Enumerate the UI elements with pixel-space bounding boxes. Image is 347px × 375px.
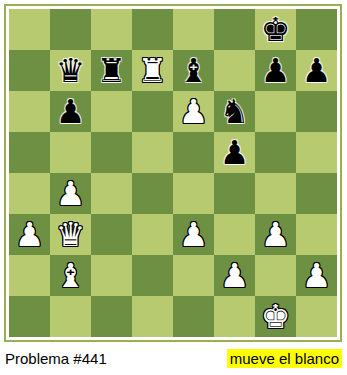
square-g8[interactable]: ♚ bbox=[255, 9, 296, 50]
white-pawn[interactable]: ♟ bbox=[296, 255, 337, 296]
square-a2[interactable] bbox=[9, 255, 50, 296]
square-h6[interactable] bbox=[296, 91, 337, 132]
white-pawn[interactable]: ♟ bbox=[9, 214, 50, 255]
square-b3[interactable]: ♛ bbox=[50, 214, 91, 255]
square-g1[interactable]: ♚ bbox=[255, 296, 296, 337]
chess-board-frame: ♚♛♜♜♝♟♟♟♟♞♟♟♟♛♟♟♝♟♟♚ bbox=[4, 4, 342, 342]
white-king[interactable]: ♚ bbox=[255, 296, 296, 337]
square-c1[interactable] bbox=[91, 296, 132, 337]
square-g5[interactable] bbox=[255, 132, 296, 173]
square-f3[interactable] bbox=[214, 214, 255, 255]
square-c8[interactable] bbox=[91, 9, 132, 50]
black-pawn[interactable]: ♟ bbox=[255, 50, 296, 91]
chess-board: ♚♛♜♜♝♟♟♟♟♞♟♟♟♛♟♟♝♟♟♚ bbox=[9, 9, 337, 337]
square-h2[interactable]: ♟ bbox=[296, 255, 337, 296]
square-c6[interactable] bbox=[91, 91, 132, 132]
square-f4[interactable] bbox=[214, 173, 255, 214]
square-d1[interactable] bbox=[132, 296, 173, 337]
square-b4[interactable]: ♟ bbox=[50, 173, 91, 214]
square-h1[interactable] bbox=[296, 296, 337, 337]
white-bishop[interactable]: ♝ bbox=[50, 255, 91, 296]
square-c5[interactable] bbox=[91, 132, 132, 173]
square-e5[interactable] bbox=[173, 132, 214, 173]
square-e1[interactable] bbox=[173, 296, 214, 337]
white-pawn[interactable]: ♟ bbox=[50, 173, 91, 214]
white-pawn[interactable]: ♟ bbox=[214, 255, 255, 296]
square-d6[interactable] bbox=[132, 91, 173, 132]
square-d7[interactable]: ♜ bbox=[132, 50, 173, 91]
square-e4[interactable] bbox=[173, 173, 214, 214]
square-a1[interactable] bbox=[9, 296, 50, 337]
square-a7[interactable] bbox=[9, 50, 50, 91]
square-e7[interactable]: ♝ bbox=[173, 50, 214, 91]
white-pawn[interactable]: ♟ bbox=[173, 214, 214, 255]
white-rook[interactable]: ♜ bbox=[132, 50, 173, 91]
square-e3[interactable]: ♟ bbox=[173, 214, 214, 255]
square-c7[interactable]: ♜ bbox=[91, 50, 132, 91]
square-c4[interactable] bbox=[91, 173, 132, 214]
square-b8[interactable] bbox=[50, 9, 91, 50]
square-b7[interactable]: ♛ bbox=[50, 50, 91, 91]
square-b6[interactable]: ♟ bbox=[50, 91, 91, 132]
square-f1[interactable] bbox=[214, 296, 255, 337]
square-f7[interactable] bbox=[214, 50, 255, 91]
square-d5[interactable] bbox=[132, 132, 173, 173]
square-e8[interactable] bbox=[173, 9, 214, 50]
square-f6[interactable]: ♞ bbox=[214, 91, 255, 132]
square-a6[interactable] bbox=[9, 91, 50, 132]
square-a8[interactable] bbox=[9, 9, 50, 50]
square-g7[interactable]: ♟ bbox=[255, 50, 296, 91]
square-f2[interactable]: ♟ bbox=[214, 255, 255, 296]
white-pawn[interactable]: ♟ bbox=[255, 214, 296, 255]
square-e2[interactable] bbox=[173, 255, 214, 296]
caption-row: Problema #441 mueve el blanco bbox=[4, 349, 342, 368]
black-queen[interactable]: ♛ bbox=[50, 50, 91, 91]
square-g3[interactable]: ♟ bbox=[255, 214, 296, 255]
square-d3[interactable] bbox=[132, 214, 173, 255]
black-bishop[interactable]: ♝ bbox=[173, 50, 214, 91]
black-knight[interactable]: ♞ bbox=[214, 91, 255, 132]
black-rook[interactable]: ♜ bbox=[91, 50, 132, 91]
square-g2[interactable] bbox=[255, 255, 296, 296]
square-h8[interactable] bbox=[296, 9, 337, 50]
square-d2[interactable] bbox=[132, 255, 173, 296]
problem-number-label: Problema #441 bbox=[4, 350, 107, 367]
black-pawn[interactable]: ♟ bbox=[214, 132, 255, 173]
side-to-move-badge: mueve el blanco bbox=[227, 349, 342, 368]
square-h5[interactable] bbox=[296, 132, 337, 173]
white-pawn[interactable]: ♟ bbox=[173, 91, 214, 132]
square-c3[interactable] bbox=[91, 214, 132, 255]
black-king[interactable]: ♚ bbox=[255, 9, 296, 50]
square-a4[interactable] bbox=[9, 173, 50, 214]
square-d8[interactable] bbox=[132, 9, 173, 50]
square-h4[interactable] bbox=[296, 173, 337, 214]
square-f8[interactable] bbox=[214, 9, 255, 50]
square-h3[interactable] bbox=[296, 214, 337, 255]
square-b2[interactable]: ♝ bbox=[50, 255, 91, 296]
black-pawn[interactable]: ♟ bbox=[296, 50, 337, 91]
square-g4[interactable] bbox=[255, 173, 296, 214]
black-pawn[interactable]: ♟ bbox=[50, 91, 91, 132]
square-b1[interactable] bbox=[50, 296, 91, 337]
square-a3[interactable]: ♟ bbox=[9, 214, 50, 255]
square-f5[interactable]: ♟ bbox=[214, 132, 255, 173]
square-b5[interactable] bbox=[50, 132, 91, 173]
square-g6[interactable] bbox=[255, 91, 296, 132]
square-c2[interactable] bbox=[91, 255, 132, 296]
white-queen[interactable]: ♛ bbox=[50, 214, 91, 255]
square-a5[interactable] bbox=[9, 132, 50, 173]
square-e6[interactable]: ♟ bbox=[173, 91, 214, 132]
square-d4[interactable] bbox=[132, 173, 173, 214]
square-h7[interactable]: ♟ bbox=[296, 50, 337, 91]
